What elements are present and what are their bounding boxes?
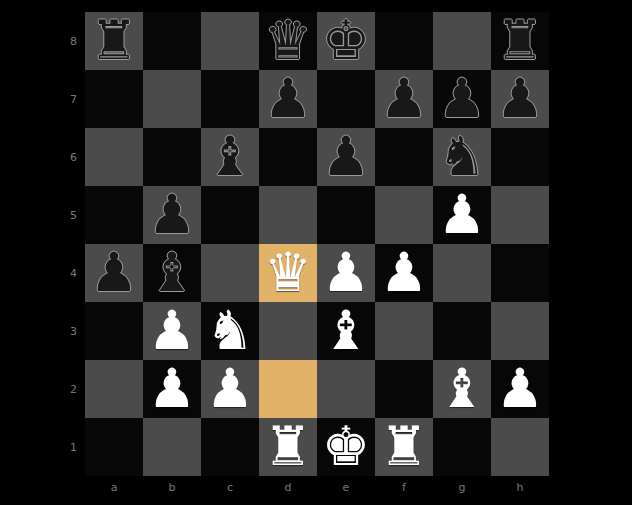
rank-label-2: 2 xyxy=(0,360,81,418)
white-bishop[interactable]: ♝ xyxy=(322,302,370,360)
square-c8[interactable] xyxy=(201,12,259,70)
white-pawn[interactable]: ♟ xyxy=(438,186,486,244)
square-a6[interactable] xyxy=(85,128,143,186)
square-b3[interactable]: ♟ xyxy=(143,302,201,360)
square-c4[interactable] xyxy=(201,244,259,302)
white-rook[interactable]: ♜ xyxy=(380,418,428,476)
square-d3[interactable] xyxy=(259,302,317,360)
file-label-g: g xyxy=(433,476,491,498)
square-g8[interactable] xyxy=(433,12,491,70)
square-h8[interactable]: ♜ xyxy=(491,12,549,70)
square-f1[interactable]: ♜ xyxy=(375,418,433,476)
rank-labels-column: 87654321 xyxy=(0,12,81,476)
file-label-d: d xyxy=(259,476,317,498)
square-e7[interactable] xyxy=(317,70,375,128)
black-rook[interactable]: ♜ xyxy=(90,12,138,70)
white-pawn[interactable]: ♟ xyxy=(148,302,196,360)
square-h6[interactable] xyxy=(491,128,549,186)
square-e4[interactable]: ♟ xyxy=(317,244,375,302)
square-c7[interactable] xyxy=(201,70,259,128)
square-e1[interactable]: ♚ xyxy=(317,418,375,476)
rank-label-6: 6 xyxy=(0,128,81,186)
square-d7[interactable]: ♟ xyxy=(259,70,317,128)
square-h7[interactable]: ♟ xyxy=(491,70,549,128)
square-c3[interactable]: ♞ xyxy=(201,302,259,360)
square-e8[interactable]: ♚ xyxy=(317,12,375,70)
black-pawn[interactable]: ♟ xyxy=(496,70,544,128)
square-f4[interactable]: ♟ xyxy=(375,244,433,302)
file-labels-row: abcdefgh xyxy=(85,476,549,498)
white-pawn[interactable]: ♟ xyxy=(148,360,196,418)
square-b6[interactable] xyxy=(143,128,201,186)
square-f5[interactable] xyxy=(375,186,433,244)
square-g1[interactable] xyxy=(433,418,491,476)
white-queen[interactable]: ♛ xyxy=(264,244,312,302)
square-c5[interactable] xyxy=(201,186,259,244)
square-f6[interactable] xyxy=(375,128,433,186)
black-king[interactable]: ♚ xyxy=(322,12,370,70)
square-a7[interactable] xyxy=(85,70,143,128)
square-c2[interactable]: ♟ xyxy=(201,360,259,418)
white-pawn[interactable]: ♟ xyxy=(496,360,544,418)
square-h3[interactable] xyxy=(491,302,549,360)
square-b4[interactable]: ♝ xyxy=(143,244,201,302)
square-g5[interactable]: ♟ xyxy=(433,186,491,244)
square-g2[interactable]: ♝ xyxy=(433,360,491,418)
square-e3[interactable]: ♝ xyxy=(317,302,375,360)
square-b8[interactable] xyxy=(143,12,201,70)
square-h2[interactable]: ♟ xyxy=(491,360,549,418)
black-queen[interactable]: ♛ xyxy=(264,12,312,70)
rank-label-3: 3 xyxy=(0,302,81,360)
square-h5[interactable] xyxy=(491,186,549,244)
square-d1[interactable]: ♜ xyxy=(259,418,317,476)
square-h1[interactable] xyxy=(491,418,549,476)
square-g3[interactable] xyxy=(433,302,491,360)
square-b7[interactable] xyxy=(143,70,201,128)
black-rook[interactable]: ♜ xyxy=(496,12,544,70)
square-d2[interactable] xyxy=(259,360,317,418)
square-e6[interactable]: ♟ xyxy=(317,128,375,186)
rank-label-4: 4 xyxy=(0,244,81,302)
file-label-a: a xyxy=(85,476,143,498)
square-g7[interactable]: ♟ xyxy=(433,70,491,128)
square-a4[interactable]: ♟ xyxy=(85,244,143,302)
square-a3[interactable] xyxy=(85,302,143,360)
chess-board: ♜♛♚♜♟♟♟♟♝♟♞♟♟♟♝♛♟♟♟♞♝♟♟♝♟♜♚♜ xyxy=(85,12,549,476)
file-label-c: c xyxy=(201,476,259,498)
chess-app-background: 87654321 ♜♛♚♜♟♟♟♟♝♟♞♟♟♟♝♛♟♟♟♞♝♟♟♝♟♜♚♜ ab… xyxy=(0,0,632,505)
square-a1[interactable] xyxy=(85,418,143,476)
black-pawn[interactable]: ♟ xyxy=(264,70,312,128)
black-pawn[interactable]: ♟ xyxy=(438,70,486,128)
white-rook[interactable]: ♜ xyxy=(264,418,312,476)
black-bishop[interactable]: ♝ xyxy=(206,128,254,186)
square-a8[interactable]: ♜ xyxy=(85,12,143,70)
white-king[interactable]: ♚ xyxy=(322,418,370,476)
square-d4[interactable]: ♛ xyxy=(259,244,317,302)
file-label-f: f xyxy=(375,476,433,498)
white-bishop[interactable]: ♝ xyxy=(438,360,486,418)
square-g4[interactable] xyxy=(433,244,491,302)
square-b2[interactable]: ♟ xyxy=(143,360,201,418)
rank-label-7: 7 xyxy=(0,70,81,128)
black-bishop[interactable]: ♝ xyxy=(148,244,196,302)
square-f3[interactable] xyxy=(375,302,433,360)
white-knight[interactable]: ♞ xyxy=(206,302,254,360)
square-f7[interactable]: ♟ xyxy=(375,70,433,128)
white-pawn[interactable]: ♟ xyxy=(322,244,370,302)
black-pawn[interactable]: ♟ xyxy=(322,128,370,186)
square-d5[interactable] xyxy=(259,186,317,244)
file-label-e: e xyxy=(317,476,375,498)
square-c6[interactable]: ♝ xyxy=(201,128,259,186)
black-knight[interactable]: ♞ xyxy=(438,128,486,186)
square-f8[interactable] xyxy=(375,12,433,70)
square-a5[interactable] xyxy=(85,186,143,244)
square-e2[interactable] xyxy=(317,360,375,418)
white-pawn[interactable]: ♟ xyxy=(206,360,254,418)
square-d8[interactable]: ♛ xyxy=(259,12,317,70)
square-f2[interactable] xyxy=(375,360,433,418)
square-d6[interactable] xyxy=(259,128,317,186)
square-e5[interactable] xyxy=(317,186,375,244)
file-label-h: h xyxy=(491,476,549,498)
rank-label-1: 1 xyxy=(0,418,81,476)
square-g6[interactable]: ♞ xyxy=(433,128,491,186)
square-h4[interactable] xyxy=(491,244,549,302)
white-pawn[interactable]: ♟ xyxy=(380,244,428,302)
black-pawn[interactable]: ♟ xyxy=(380,70,428,128)
square-a2[interactable] xyxy=(85,360,143,418)
rank-label-8: 8 xyxy=(0,12,81,70)
square-c1[interactable] xyxy=(201,418,259,476)
square-b5[interactable]: ♟ xyxy=(143,186,201,244)
black-pawn[interactable]: ♟ xyxy=(148,186,196,244)
black-pawn[interactable]: ♟ xyxy=(90,244,138,302)
square-b1[interactable] xyxy=(143,418,201,476)
rank-label-5: 5 xyxy=(0,186,81,244)
file-label-b: b xyxy=(143,476,201,498)
